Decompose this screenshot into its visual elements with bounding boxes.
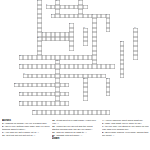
clue: 11. "Get out get out get out of..." <box>2 134 50 137</box>
clue-number: 19 <box>23 73 25 75</box>
crossword-page: 1243567810149111315121619171820212223 Ac… <box>0 0 150 150</box>
grid-cell[interactable] <box>65 83 70 88</box>
grid-cell[interactable] <box>83 41 88 46</box>
clue-number: 8 <box>69 23 70 25</box>
grid-cell[interactable] <box>83 5 88 10</box>
clue-column-across: Across 3. "Waking up beside you I'm a lo… <box>2 119 50 137</box>
clue-column-middle: 15. "it just don't feel right cause I ca… <box>52 119 100 140</box>
clue-number: 15 <box>19 55 21 57</box>
clue: 7. "tell me why you stood by me when no … <box>102 125 150 130</box>
clue-number: 1 <box>37 0 38 2</box>
clue: 15. "it just don't feel right cause I ca… <box>52 119 100 124</box>
grid-cell[interactable] <box>110 64 115 69</box>
clue-number: 11 <box>37 37 39 39</box>
grid-cell[interactable] <box>65 92 70 97</box>
grid-cell[interactable] <box>106 110 111 115</box>
clue: 5. "we're only getting older baby and I'… <box>2 125 50 130</box>
clue-number: 5 <box>51 14 52 16</box>
grid-cell[interactable] <box>106 28 111 33</box>
clue-number: 10 <box>83 27 85 29</box>
crossword-grid: 1243567810149111315121619171820212223 <box>14 0 143 115</box>
grid-cell[interactable] <box>83 96 88 101</box>
clue-area: Across 3. "Waking up beside you I'm a lo… <box>0 119 150 150</box>
clue-number: 22 <box>19 101 21 103</box>
clue-number: 2 <box>56 0 57 2</box>
grid-cell[interactable] <box>106 92 111 97</box>
across-clues-list: 3. "Waking up beside you I'm a loaded gu… <box>2 122 50 137</box>
clue-number: 3 <box>46 4 47 6</box>
clue-number: 9 <box>42 32 43 34</box>
clue-number: 16 <box>19 64 21 66</box>
grid-cell[interactable] <box>65 101 70 106</box>
grid-cell[interactable] <box>120 74 125 79</box>
down-clues-list: 4. "You're insecure don't know what for"… <box>102 119 150 136</box>
clue-number: 4 <box>79 0 80 2</box>
clue-number: 14 <box>134 27 136 29</box>
clue: 8. "Everybody wanna, everybody wanna tak… <box>102 131 150 136</box>
clue-number: 21 <box>19 92 21 94</box>
clue-number: 7 <box>106 14 107 16</box>
grid-cell[interactable] <box>133 55 138 60</box>
clue-number: 13 <box>120 41 122 43</box>
clue-number: 6 <box>92 14 93 16</box>
clue: 16. "When the air ran out and the world … <box>52 125 100 130</box>
clue-number: 18 <box>106 78 108 80</box>
clue-number: 17 <box>83 78 85 80</box>
clue-number: 20 <box>14 83 16 85</box>
grid-cell[interactable] <box>69 46 74 51</box>
down-header: Down <box>52 137 100 140</box>
clue-number: 12 <box>56 60 58 62</box>
middle-clues-list: 15. "it just don't feel right cause I ca… <box>52 119 100 136</box>
clue-number: 23 <box>33 110 35 112</box>
clue-column-down: 4. "You're insecure don't know what for"… <box>102 119 150 137</box>
